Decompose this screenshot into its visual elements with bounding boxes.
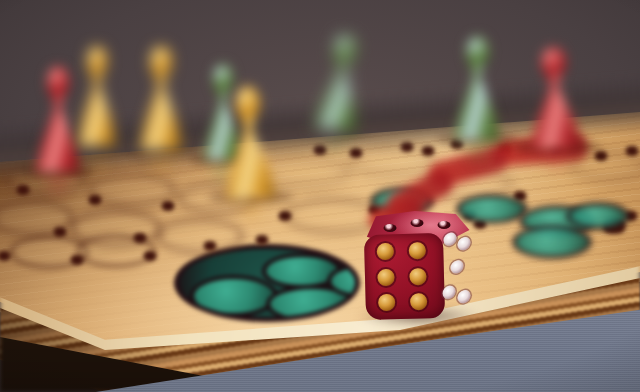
pawn-body [526, 70, 584, 149]
die-pip [458, 236, 471, 251]
die-pip [457, 289, 470, 304]
die-pip [383, 224, 396, 232]
pawn-body [221, 112, 278, 199]
pawn-green-7[interactable] [452, 36, 502, 140]
pawn-yellow-2[interactable] [76, 46, 118, 146]
die-pip [378, 294, 395, 311]
die-pip [442, 285, 455, 300]
die-pip [377, 268, 394, 285]
die-pip [443, 231, 456, 246]
die-front-face-six [363, 233, 444, 320]
pawn-red-1[interactable] [34, 66, 82, 172]
die-pip [376, 242, 393, 259]
pawn-body [76, 70, 118, 146]
pawn-body [34, 91, 82, 172]
die-pip [409, 267, 426, 284]
pawn-body [452, 61, 502, 140]
pawn-body [138, 71, 184, 150]
die-pip [450, 259, 463, 274]
pawn-red-8[interactable] [525, 46, 583, 149]
pawn-green-6[interactable] [312, 32, 369, 133]
pawn-yellow-5[interactable] [220, 85, 278, 199]
die-right-face-five [439, 220, 474, 318]
die-pip [408, 242, 425, 259]
pawn-yellow-3[interactable] [138, 46, 184, 150]
die-pip [409, 293, 426, 310]
red-die[interactable] [360, 211, 474, 319]
die-pip [411, 219, 424, 227]
ludo-photo-scene [0, 0, 640, 392]
pawn-body [312, 55, 367, 133]
